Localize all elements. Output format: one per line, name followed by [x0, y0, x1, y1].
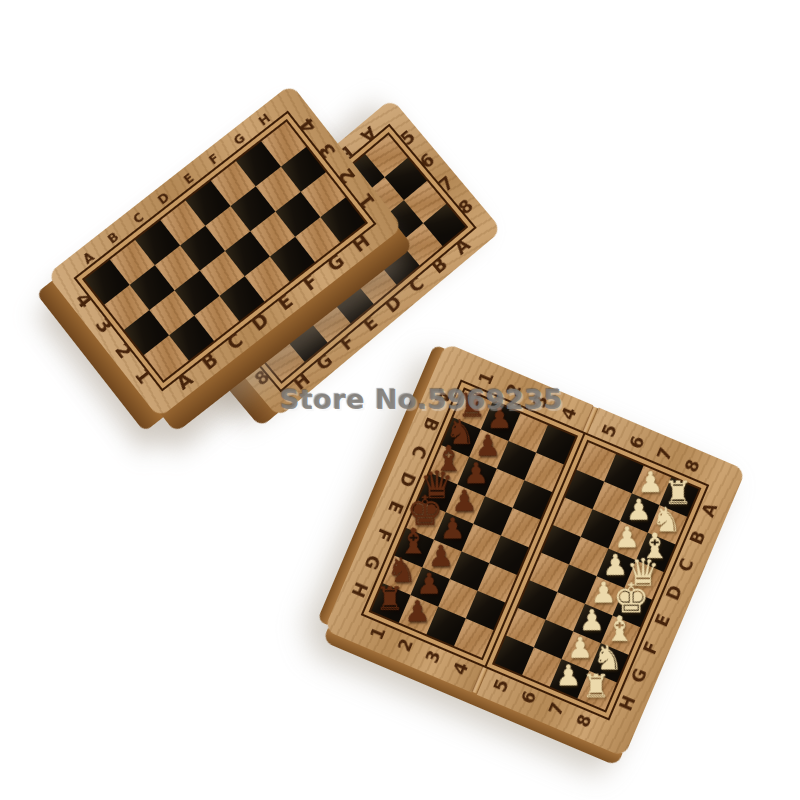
boxtop-rank-left-label-3: 3 [92, 315, 115, 337]
boxtop-rank-right-label-3: 3 [315, 140, 338, 162]
boxtop-file-bottom-label-B: B [198, 349, 221, 373]
rank-bottom-label-5: 5 [491, 677, 511, 695]
boxbottom-rank-top-label-7: 7 [436, 173, 457, 195]
file-right-label-H: H [617, 693, 638, 713]
boxbottom-rank-top-label-8: 8 [455, 196, 476, 218]
scene: 5678ABCDEFGHABCDEFGH5678 43214321ABCDEFG… [0, 0, 800, 800]
piece-light-rook-h8: ♜ [581, 668, 611, 702]
file-left-label-G: G [361, 552, 382, 572]
rank-bottom-label-8: 8 [574, 712, 594, 730]
boxtop-rank-right-label-2: 2 [335, 165, 358, 187]
boxtop-rank-right-label-1: 1 [355, 190, 378, 212]
boxtop-file-top-label-F: F [207, 151, 222, 167]
file-right-label-C: C [676, 556, 697, 574]
file-left-label-B: B [420, 415, 441, 434]
boxtop-file-top-label-G: G [231, 131, 247, 148]
rank-bottom-label-1: 1 [368, 624, 388, 642]
boxtop-rank-left-label-2: 2 [111, 340, 134, 362]
boxtop-file-bottom-label-G: G [323, 250, 347, 275]
file-left-label-E: E [385, 498, 405, 515]
boxtop-rank-left-label-1: 1 [131, 365, 154, 387]
rank-top-label-8: 8 [682, 457, 702, 475]
boxtop-file-top-label-D: D [155, 190, 172, 207]
boxtop-file-top-label-C: C [131, 210, 147, 226]
piece-dark-pawn-h2: ♟ [403, 592, 433, 626]
boxtop-file-bottom-label-H: H [349, 230, 373, 255]
boxbottom-file-right-label-E: E [360, 313, 381, 335]
boxtop-file-top-label-A: A [80, 249, 96, 265]
boxtop-file-bottom-label-F: F [299, 271, 321, 294]
boxtop-file-bottom-label-A: A [173, 369, 196, 393]
rank-bottom-label-4: 4 [451, 660, 471, 678]
boxtop-rank-right-label-4: 4 [296, 115, 319, 137]
boxbottom-file-right-label-F: F [337, 332, 358, 354]
boxtop-file-top-label-H: H [256, 111, 273, 128]
file-right-label-A: A [699, 501, 720, 520]
boxbottom-file-right-label-A: A [451, 235, 473, 258]
rank-bottom-label-7: 7 [546, 700, 566, 718]
file-left-label-C: C [408, 442, 429, 460]
boxbottom-file-right-label-B: B [428, 254, 450, 277]
rank-bottom-label-6: 6 [519, 689, 539, 707]
file-right-label-E: E [653, 612, 673, 629]
watermark-text: Store No.5969235 [280, 384, 563, 415]
file-right-label-D: D [664, 583, 685, 603]
piece-light-pawn-h7: ♟ [553, 656, 583, 690]
boxbottom-rank-top-label-6: 6 [417, 150, 438, 172]
rank-bottom-label-2: 2 [395, 636, 415, 654]
boxtop-file-top-label-B: B [105, 230, 121, 246]
boxbottom-file-right-label-C: C [406, 274, 428, 296]
file-left-label-H: H [349, 580, 370, 600]
boxtop-file-bottom-label-C: C [223, 329, 246, 353]
boxbottom-file-right-label-G: G [313, 350, 336, 373]
rank-top-label-5: 5 [599, 422, 619, 440]
boxtop-file-top-label-E: E [181, 171, 196, 187]
file-right-label-G: G [629, 666, 650, 686]
rank-bottom-label-3: 3 [423, 648, 443, 666]
boxtop-file-bottom-label-D: D [248, 309, 272, 334]
rank-top-label-7: 7 [655, 445, 675, 463]
boxtop-rank-left-label-4: 4 [72, 290, 95, 312]
piece-dark-rook-h1: ♜ [375, 581, 405, 615]
boxtop-file-bottom-label-E: E [274, 290, 296, 313]
rank-top-label-6: 6 [627, 434, 647, 452]
file-right-label-F: F [641, 639, 661, 656]
boxbottom-file-left-label-A: A [357, 123, 379, 146]
boxbottom-file-right-label-D: D [382, 293, 405, 316]
file-right-label-B: B [687, 528, 708, 547]
boxbottom-rank-top-label-5: 5 [397, 127, 418, 149]
file-left-label-F: F [373, 526, 393, 543]
